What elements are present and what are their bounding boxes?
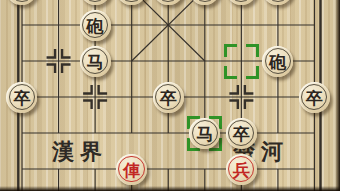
last-move-from-highlight [224, 44, 259, 79]
bracket-corner [224, 44, 237, 57]
piece-black-soldier[interactable]: 卒 [153, 82, 184, 113]
piece-black-chariot[interactable]: 車 [6, 0, 37, 5]
piece-black-elephant[interactable]: 象 [80, 0, 111, 5]
piece-black-cannon[interactable]: 砲 [80, 10, 111, 41]
piece-glyph: 俥 [123, 161, 140, 178]
piece-red-chariot[interactable]: 俥 [116, 154, 147, 185]
piece-red-soldier[interactable]: 兵 [226, 154, 257, 185]
piece-glyph: 卒 [13, 89, 30, 106]
piece-black-soldier[interactable]: 卒 [226, 118, 257, 149]
piece-black-soldier[interactable]: 卒 [6, 82, 37, 113]
pieces-layer: 車象士將士象車砲马砲卒卒卒马卒俥兵 [4, 0, 333, 191]
xiangqi-board[interactable]: 漢界 楚河 車象士將士象車砲马砲卒卒卒马卒俥兵 [0, 0, 340, 191]
piece-black-soldier[interactable]: 卒 [299, 82, 330, 113]
bracket-corner [224, 66, 237, 79]
piece-glyph: 砲 [269, 53, 286, 70]
photo-edge-shadow-bottom [0, 186, 340, 191]
piece-glyph: 马 [196, 125, 213, 142]
piece-glyph: 马 [87, 53, 104, 70]
bracket-corner [246, 66, 259, 79]
piece-black-elephant[interactable]: 象 [226, 0, 257, 5]
piece-glyph: 砲 [87, 17, 104, 34]
piece-black-advisor[interactable]: 士 [189, 0, 220, 5]
bracket-corner [246, 44, 259, 57]
piece-glyph: 卒 [160, 89, 177, 106]
piece-black-chariot[interactable]: 車 [262, 0, 293, 5]
piece-black-advisor[interactable]: 士 [116, 0, 147, 5]
piece-glyph: 卒 [306, 89, 323, 106]
piece-black-horse[interactable]: 马 [80, 46, 111, 77]
piece-black-horse[interactable]: 马 [189, 118, 220, 149]
piece-glyph: 卒 [233, 125, 250, 142]
piece-black-cannon[interactable]: 砲 [262, 46, 293, 77]
photo-edge-shadow-right [335, 0, 340, 191]
piece-glyph: 兵 [233, 161, 250, 178]
piece-black-general[interactable]: 將 [153, 0, 184, 5]
